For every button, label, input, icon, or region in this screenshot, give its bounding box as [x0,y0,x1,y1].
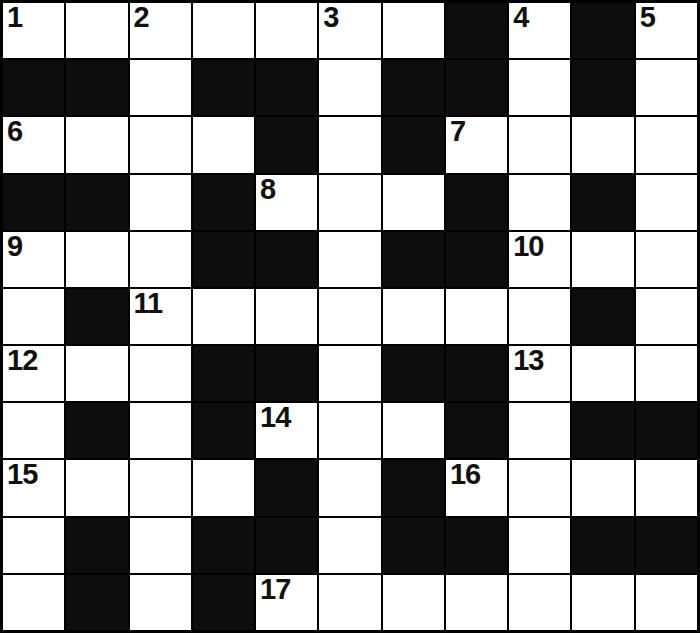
white-cell[interactable] [130,175,191,230]
white-cell[interactable] [3,403,64,458]
white-cell[interactable]: 10 [509,232,570,287]
white-cell[interactable] [636,175,697,230]
white-cell[interactable] [66,232,127,287]
black-cell [3,175,64,230]
black-cell [66,403,127,458]
white-cell[interactable] [319,460,380,515]
white-cell[interactable] [319,575,380,630]
clue-number: 16 [450,460,480,489]
white-cell[interactable] [130,117,191,172]
black-cell [256,346,317,401]
clue-number: 5 [640,3,655,32]
white-cell[interactable] [193,3,254,58]
white-cell[interactable]: 5 [636,3,697,58]
white-cell[interactable] [130,403,191,458]
white-cell[interactable]: 11 [130,289,191,344]
white-cell[interactable]: 1 [3,3,64,58]
white-cell[interactable] [509,289,570,344]
black-cell [636,518,697,573]
clue-number: 10 [513,232,543,261]
clue-number: 15 [7,460,37,489]
white-cell[interactable] [256,289,317,344]
white-cell[interactable] [636,232,697,287]
white-cell[interactable] [572,460,633,515]
clue-number: 14 [260,403,290,432]
black-cell [3,60,64,115]
black-cell [572,60,633,115]
crossword-board: 1234567891011121314151617 [0,0,700,633]
white-cell[interactable] [636,117,697,172]
clue-number: 17 [260,575,290,604]
white-cell[interactable] [509,60,570,115]
white-cell[interactable] [509,575,570,630]
white-cell[interactable] [319,518,380,573]
white-cell[interactable]: 2 [130,3,191,58]
black-cell [636,403,697,458]
black-cell [193,232,254,287]
black-cell [66,575,127,630]
white-cell[interactable] [130,232,191,287]
white-cell[interactable] [572,232,633,287]
white-cell[interactable] [319,232,380,287]
white-cell[interactable]: 9 [3,232,64,287]
black-cell [446,518,507,573]
black-cell [383,232,444,287]
black-cell [256,232,317,287]
white-cell[interactable] [509,460,570,515]
black-cell [193,403,254,458]
black-cell [572,289,633,344]
white-cell[interactable]: 6 [3,117,64,172]
white-cell[interactable] [509,117,570,172]
black-cell [193,575,254,630]
white-cell[interactable] [319,346,380,401]
white-cell[interactable]: 7 [446,117,507,172]
white-cell[interactable] [130,518,191,573]
white-cell[interactable] [130,346,191,401]
white-cell[interactable] [383,575,444,630]
clue-number: 13 [513,346,543,375]
white-cell[interactable] [193,289,254,344]
black-cell [66,60,127,115]
white-cell[interactable]: 17 [256,575,317,630]
white-cell[interactable]: 16 [446,460,507,515]
white-cell[interactable] [3,575,64,630]
white-cell[interactable] [66,460,127,515]
white-cell[interactable] [636,346,697,401]
white-cell[interactable] [446,289,507,344]
clue-number: 1 [7,3,22,32]
white-cell[interactable] [572,117,633,172]
white-cell[interactable] [130,460,191,515]
white-cell[interactable] [636,460,697,515]
black-cell [66,518,127,573]
white-cell[interactable]: 8 [256,175,317,230]
white-cell[interactable] [193,117,254,172]
black-cell [256,117,317,172]
black-cell [256,518,317,573]
white-cell[interactable] [3,289,64,344]
white-cell[interactable]: 13 [509,346,570,401]
black-cell [193,518,254,573]
black-cell [572,518,633,573]
white-cell[interactable] [319,60,380,115]
black-cell [446,175,507,230]
white-cell[interactable]: 14 [256,403,317,458]
white-cell[interactable] [66,3,127,58]
clue-number: 2 [134,3,149,32]
white-cell[interactable] [383,289,444,344]
white-cell[interactable] [130,60,191,115]
white-cell[interactable] [193,460,254,515]
black-cell [383,346,444,401]
clue-number: 3 [323,3,338,32]
black-cell [66,175,127,230]
white-cell[interactable] [319,403,380,458]
black-cell [256,460,317,515]
black-cell [572,403,633,458]
white-cell[interactable] [319,117,380,172]
clue-number: 6 [7,117,22,146]
white-cell[interactable] [66,117,127,172]
black-cell [193,60,254,115]
white-cell[interactable] [319,175,380,230]
white-cell[interactable] [383,3,444,58]
black-cell [383,117,444,172]
black-cell [383,60,444,115]
white-cell[interactable]: 4 [509,3,570,58]
white-cell[interactable] [383,175,444,230]
black-cell [256,60,317,115]
clue-number: 7 [450,117,465,146]
white-cell[interactable] [319,289,380,344]
black-cell [446,346,507,401]
clue-number: 4 [513,3,528,32]
white-cell[interactable] [636,289,697,344]
white-cell[interactable]: 12 [3,346,64,401]
black-cell [193,175,254,230]
black-cell [572,175,633,230]
black-cell [572,3,633,58]
white-cell[interactable] [383,403,444,458]
white-cell[interactable] [509,518,570,573]
black-cell [193,346,254,401]
black-cell [383,518,444,573]
clue-number: 11 [134,289,163,318]
white-cell[interactable]: 3 [319,3,380,58]
black-cell [446,403,507,458]
white-cell[interactable] [256,3,317,58]
black-cell [446,232,507,287]
black-cell [446,60,507,115]
white-cell[interactable] [572,575,633,630]
clue-number: 12 [7,346,37,375]
white-cell[interactable] [636,575,697,630]
white-cell[interactable] [509,175,570,230]
white-cell[interactable] [636,60,697,115]
black-cell [383,460,444,515]
black-cell [66,289,127,344]
white-cell[interactable] [572,346,633,401]
white-cell[interactable] [130,575,191,630]
clue-number: 9 [7,232,22,261]
white-cell[interactable] [66,346,127,401]
white-cell[interactable] [509,403,570,458]
white-cell[interactable] [3,518,64,573]
clue-number: 8 [260,175,275,204]
black-cell [446,3,507,58]
white-cell[interactable]: 15 [3,460,64,515]
white-cell[interactable] [446,575,507,630]
